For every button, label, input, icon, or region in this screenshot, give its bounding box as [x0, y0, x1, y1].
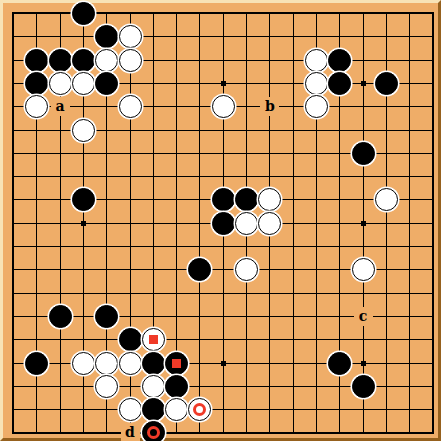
- white-stone: [235, 212, 258, 235]
- point-label-d: d: [121, 423, 140, 441]
- circle-mark: [193, 403, 206, 416]
- white-stone: [95, 352, 118, 375]
- star-point: [221, 81, 226, 86]
- square-mark: [149, 335, 158, 344]
- black-stone: [119, 328, 142, 351]
- white-stone: [305, 49, 328, 72]
- white-stone: [95, 375, 118, 398]
- white-stone: [72, 119, 95, 142]
- point-label-b: b: [260, 97, 279, 116]
- square-mark: [172, 359, 181, 368]
- black-stone: [25, 49, 48, 72]
- black-stone: [328, 352, 351, 375]
- black-stone: [212, 212, 235, 235]
- white-stone: [119, 398, 142, 421]
- black-stone: [72, 49, 95, 72]
- white-stone: [72, 352, 95, 375]
- black-stone: [142, 421, 165, 441]
- white-stone: [305, 95, 328, 118]
- black-stone: [328, 49, 351, 72]
- black-stone: [72, 2, 95, 25]
- white-stone: [352, 258, 375, 281]
- black-stone: [165, 352, 188, 375]
- black-stone: [328, 72, 351, 95]
- white-stone: [212, 95, 235, 118]
- black-stone: [25, 352, 48, 375]
- black-stone: [352, 375, 375, 398]
- black-stone: [49, 305, 72, 328]
- white-stone: [72, 72, 95, 95]
- white-stone: [95, 49, 118, 72]
- star-point: [361, 361, 366, 366]
- point-label-c: c: [354, 307, 373, 326]
- white-stone: [119, 95, 142, 118]
- white-stone: [49, 72, 72, 95]
- point-label-a: a: [51, 97, 70, 116]
- black-stone: [49, 49, 72, 72]
- white-stone: [142, 375, 165, 398]
- star-point: [361, 81, 366, 86]
- black-stone: [352, 142, 375, 165]
- black-stone: [95, 305, 118, 328]
- black-stone: [212, 188, 235, 211]
- black-stone: [142, 352, 165, 375]
- star-point: [81, 221, 86, 226]
- white-stone: [305, 72, 328, 95]
- star-point: [361, 221, 366, 226]
- white-stone: [142, 328, 165, 351]
- white-stone: [119, 49, 142, 72]
- star-point: [221, 361, 226, 366]
- black-stone: [95, 72, 118, 95]
- circle-mark: [147, 426, 160, 439]
- go-board: abcd: [0, 0, 441, 441]
- black-stone: [165, 375, 188, 398]
- white-stone: [119, 25, 142, 48]
- black-stone: [375, 72, 398, 95]
- black-stone: [142, 398, 165, 421]
- white-stone: [258, 212, 281, 235]
- white-stone: [119, 352, 142, 375]
